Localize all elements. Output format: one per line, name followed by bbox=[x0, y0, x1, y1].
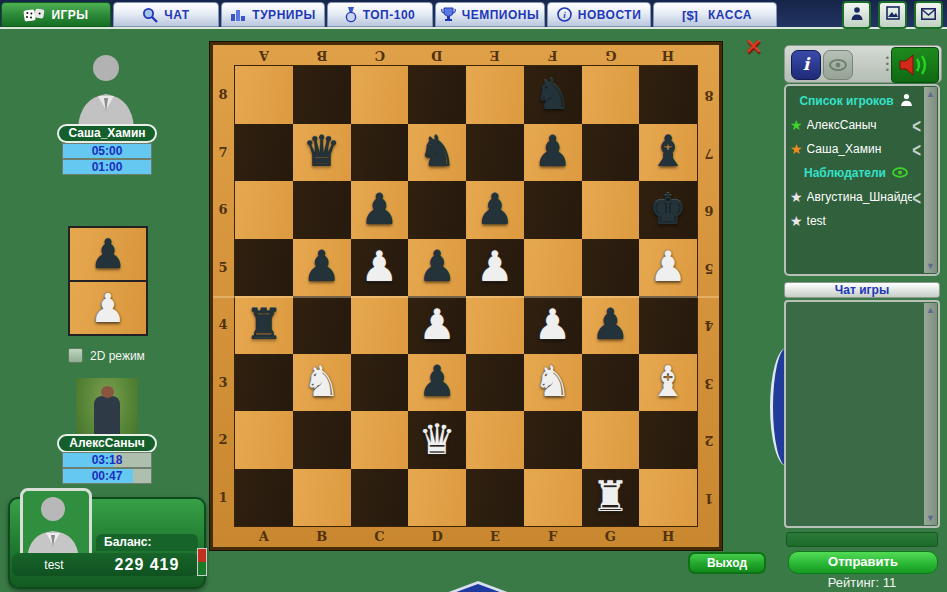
square-h1[interactable] bbox=[639, 469, 697, 527]
right-toolbar: i ••• bbox=[784, 45, 942, 83]
square-c3[interactable] bbox=[351, 354, 409, 412]
square-f8[interactable]: ♞ bbox=[524, 66, 582, 124]
square-c6[interactable]: ♟ bbox=[351, 181, 409, 239]
toolbar-dots: ••• bbox=[886, 55, 889, 73]
black-pawn: ♟ bbox=[303, 246, 341, 288]
square-d7[interactable]: ♞ bbox=[408, 124, 466, 182]
square-c1[interactable] bbox=[351, 469, 409, 527]
player-name: АлексСаныч bbox=[807, 118, 913, 132]
exit-button[interactable]: Выход bbox=[688, 552, 766, 574]
observer-item-row[interactable]: ★test bbox=[790, 209, 922, 233]
coord-label: 5 bbox=[213, 239, 233, 297]
square-f6[interactable] bbox=[524, 181, 582, 239]
black-queen: ♛ bbox=[303, 131, 341, 173]
opponent-avatar[interactable] bbox=[72, 48, 140, 128]
square-b8[interactable] bbox=[293, 66, 351, 124]
decoration-arrow bbox=[402, 584, 554, 592]
chat-scrollbar[interactable]: ▲ ▼ bbox=[924, 303, 937, 525]
square-b1[interactable] bbox=[293, 469, 351, 527]
player-item-row[interactable]: ★Саша_Хамин< bbox=[790, 137, 922, 161]
tab-podium[interactable]: ТУРНИРЫ bbox=[221, 2, 325, 27]
square-h7[interactable]: ♝ bbox=[639, 124, 697, 182]
square-h8[interactable] bbox=[639, 66, 697, 124]
tab-label: НОВОСТИ bbox=[578, 8, 642, 22]
white-queen: ♛ bbox=[418, 419, 456, 461]
coord-label: A bbox=[235, 527, 293, 547]
eye-icon bbox=[829, 59, 847, 71]
players-panel: Список игроков★АлексСаныч<★Саша_Хамин<На… bbox=[784, 84, 940, 276]
svg-text:[$]: [$] bbox=[682, 8, 698, 22]
white-pawn: ♟ bbox=[534, 304, 572, 346]
square-b6[interactable] bbox=[293, 181, 351, 239]
captured-white-pawn: ♟ bbox=[70, 282, 146, 334]
black-pawn: ♟ bbox=[418, 361, 456, 403]
square-a3[interactable] bbox=[235, 354, 293, 412]
tab-label: ЧАТ bbox=[164, 8, 189, 22]
square-h2[interactable] bbox=[639, 411, 697, 469]
tab-medal[interactable]: ТОП-100 bbox=[327, 2, 433, 27]
square-e7[interactable] bbox=[466, 124, 524, 182]
coord-label: E bbox=[466, 527, 524, 547]
coord-label: 8 bbox=[699, 66, 719, 124]
close-icon[interactable]: ✕ bbox=[744, 34, 762, 59]
square-g5[interactable] bbox=[582, 239, 640, 297]
scroll-down-icon[interactable]: ▼ bbox=[926, 259, 935, 273]
tab-label: ИГРЫ bbox=[51, 8, 88, 22]
black-pawn: ♟ bbox=[418, 246, 456, 288]
eye-icon bbox=[892, 164, 908, 182]
podium-icon bbox=[230, 8, 246, 22]
white-pawn: ♟ bbox=[361, 246, 399, 288]
coord-label: H bbox=[639, 527, 697, 547]
square-h4[interactable] bbox=[639, 296, 697, 354]
app-window: ИГРЫЧАТТУРНИРЫТОП-100ЧЕМПИОНЫiНОВОСТИ[$]… bbox=[0, 0, 947, 592]
coord-label: 2 bbox=[213, 411, 233, 469]
info-icon: i bbox=[557, 7, 572, 22]
board-fold-seam bbox=[213, 296, 719, 298]
coord-label: G bbox=[582, 527, 640, 547]
square-c7[interactable] bbox=[351, 124, 409, 182]
square-c8[interactable] bbox=[351, 66, 409, 124]
star-icon: ★ bbox=[790, 213, 803, 229]
white-bishop: ♝ bbox=[649, 361, 687, 403]
coord-label: C bbox=[351, 45, 409, 65]
star-icon: ★ bbox=[790, 141, 803, 157]
opponent-name: Саша_Хамин bbox=[57, 124, 157, 143]
person-icon bbox=[850, 6, 864, 24]
picture-icon bbox=[886, 6, 900, 24]
scroll-down-icon[interactable]: ▼ bbox=[926, 511, 935, 525]
coord-label: B bbox=[293, 527, 351, 547]
coord-label: 5 bbox=[699, 239, 719, 297]
square-g6[interactable] bbox=[582, 181, 640, 239]
square-a1[interactable] bbox=[235, 469, 293, 527]
opponent-clock-sub: 01:00 bbox=[62, 159, 152, 175]
speaker-icon bbox=[898, 52, 932, 78]
black-pawn: ♟ bbox=[476, 189, 514, 231]
player-clock-sub: 00:47 bbox=[62, 468, 152, 484]
captured-black-pawn: ♟ bbox=[70, 228, 146, 282]
square-a6[interactable] bbox=[235, 181, 293, 239]
black-king: ♚ bbox=[649, 189, 687, 231]
coord-label: C bbox=[351, 527, 409, 547]
rating-label: Рейтинг: 11 bbox=[784, 575, 940, 590]
opponent-clock-main: 05:00 bbox=[62, 143, 152, 159]
send-button[interactable]: Отправить bbox=[788, 551, 938, 574]
chevron-left-icon[interactable]: < bbox=[912, 185, 921, 209]
chat-messages[interactable]: ▲ ▼ bbox=[784, 300, 940, 528]
account-bar: test 229 419 bbox=[12, 553, 198, 576]
square-f5[interactable] bbox=[524, 239, 582, 297]
square-a7[interactable] bbox=[235, 124, 293, 182]
player-name: test bbox=[807, 214, 922, 228]
players-header: Список игроков bbox=[790, 89, 922, 113]
square-d4[interactable]: ♟ bbox=[408, 296, 466, 354]
sound-button[interactable] bbox=[891, 47, 939, 83]
square-e4[interactable] bbox=[466, 296, 524, 354]
square-b4[interactable] bbox=[293, 296, 351, 354]
square-d2[interactable]: ♛ bbox=[408, 411, 466, 469]
star-icon: ★ bbox=[790, 117, 803, 133]
coord-label: 8 bbox=[213, 66, 233, 124]
black-knight: ♞ bbox=[418, 131, 456, 173]
square-e6[interactable]: ♟ bbox=[466, 181, 524, 239]
square-e1[interactable] bbox=[466, 469, 524, 527]
square-a8[interactable] bbox=[235, 66, 293, 124]
square-d8[interactable] bbox=[408, 66, 466, 124]
player-name: Саша_Хамин bbox=[807, 142, 913, 156]
coord-label: 6 bbox=[213, 181, 233, 239]
magnifier-icon bbox=[142, 7, 158, 23]
picture-button[interactable] bbox=[878, 1, 907, 29]
envelope-button[interactable] bbox=[914, 1, 943, 29]
square-h5[interactable]: ♟ bbox=[639, 239, 697, 297]
square-d1[interactable] bbox=[408, 469, 466, 527]
tab-label: ЧЕМПИОНЫ bbox=[462, 8, 539, 22]
file-labels-top: ABCDEFGH bbox=[235, 45, 697, 65]
square-a5[interactable] bbox=[235, 239, 293, 297]
tab-trophy[interactable]: ЧЕМПИОНЫ bbox=[435, 2, 545, 27]
black-pawn: ♟ bbox=[534, 131, 572, 173]
person-icon bbox=[900, 92, 913, 110]
svg-text:i: i bbox=[563, 10, 566, 20]
coord-label: 3 bbox=[213, 354, 233, 412]
coord-label: G bbox=[582, 45, 640, 65]
top-navbar: ИГРЫЧАТТУРНИРЫТОП-100ЧЕМПИОНЫiНОВОСТИ[$]… bbox=[0, 0, 947, 29]
chevron-left-icon[interactable]: < bbox=[912, 137, 921, 161]
white-pawn: ♟ bbox=[418, 304, 456, 346]
coord-label: 4 bbox=[213, 296, 233, 354]
tab-info[interactable]: iНОВОСТИ bbox=[547, 2, 651, 27]
square-d6[interactable] bbox=[408, 181, 466, 239]
coord-label: B bbox=[293, 45, 351, 65]
chat-input[interactable] bbox=[786, 532, 938, 547]
black-pawn: ♟ bbox=[361, 189, 399, 231]
square-c5[interactable]: ♟ bbox=[351, 239, 409, 297]
coord-label: 3 bbox=[699, 354, 719, 412]
observer-eye-button[interactable] bbox=[823, 50, 853, 80]
square-a2[interactable] bbox=[235, 411, 293, 469]
square-g8[interactable] bbox=[582, 66, 640, 124]
square-g1[interactable]: ♜ bbox=[582, 469, 640, 527]
mode-toggle-row: 2D режим bbox=[68, 348, 145, 363]
tab-label: КАССА bbox=[708, 8, 752, 22]
square-f2[interactable] bbox=[524, 411, 582, 469]
coord-label: 6 bbox=[699, 181, 719, 239]
square-d5[interactable]: ♟ bbox=[408, 239, 466, 297]
envelope-icon bbox=[921, 6, 936, 24]
trophy-icon bbox=[441, 7, 456, 22]
coord-label: A bbox=[235, 45, 293, 65]
tab-cash[interactable]: [$]КАССА bbox=[653, 2, 777, 27]
chat-header: Чат игры bbox=[784, 282, 940, 298]
star-icon: ★ bbox=[790, 189, 803, 205]
square-f4[interactable]: ♟ bbox=[524, 296, 582, 354]
mode-label: 2D режим bbox=[90, 349, 145, 363]
coord-label: 7 bbox=[699, 124, 719, 182]
connection-flag bbox=[197, 548, 207, 576]
player-clock-main: 03:18 bbox=[62, 452, 152, 468]
coord-label: F bbox=[524, 527, 582, 547]
mode-checkbox[interactable] bbox=[68, 348, 83, 363]
account-name: test bbox=[12, 558, 96, 572]
white-knight: ♞ bbox=[534, 361, 572, 403]
square-g3[interactable] bbox=[582, 354, 640, 412]
coord-label: D bbox=[408, 527, 466, 547]
square-e8[interactable] bbox=[466, 66, 524, 124]
medal-icon bbox=[345, 7, 357, 23]
coord-label: D bbox=[408, 45, 466, 65]
square-g7[interactable] bbox=[582, 124, 640, 182]
square-g4[interactable]: ♟ bbox=[582, 296, 640, 354]
player-name: Августина_Шнайдер bbox=[807, 190, 913, 204]
player-name: АлексСаныч bbox=[57, 434, 157, 453]
observers-header: Наблюдатели bbox=[790, 161, 922, 185]
account-balance: 229 419 bbox=[96, 556, 198, 574]
square-f7[interactable]: ♟ bbox=[524, 124, 582, 182]
black-rook: ♜ bbox=[245, 304, 283, 346]
coord-label: H bbox=[639, 45, 697, 65]
square-h6[interactable]: ♚ bbox=[639, 181, 697, 239]
white-knight: ♞ bbox=[303, 361, 341, 403]
tab-label: ТОП-100 bbox=[363, 8, 416, 22]
chess-board: ABCDEFGH ABCDEFGH 87654321 87654321 ♞♛♞♟… bbox=[210, 42, 722, 550]
tab-label: ТУРНИРЫ bbox=[252, 8, 315, 22]
dice-icon bbox=[23, 8, 45, 22]
coord-label: 2 bbox=[699, 411, 719, 469]
square-f1[interactable] bbox=[524, 469, 582, 527]
black-bishop: ♝ bbox=[649, 131, 687, 173]
square-a4[interactable]: ♜ bbox=[235, 296, 293, 354]
square-g2[interactable] bbox=[582, 411, 640, 469]
square-b5[interactable]: ♟ bbox=[293, 239, 351, 297]
square-f3[interactable]: ♞ bbox=[524, 354, 582, 412]
square-c2[interactable] bbox=[351, 411, 409, 469]
square-c4[interactable] bbox=[351, 296, 409, 354]
info-button[interactable]: i bbox=[791, 50, 821, 80]
square-e2[interactable] bbox=[466, 411, 524, 469]
scroll-up-icon[interactable]: ▲ bbox=[926, 87, 935, 101]
square-e5[interactable]: ♟ bbox=[466, 239, 524, 297]
balance-label: Баланс: bbox=[96, 534, 198, 551]
chevron-left-icon[interactable]: < bbox=[912, 113, 921, 137]
captured-pieces-tray: ♟ ♟ bbox=[68, 226, 148, 336]
square-b7[interactable]: ♛ bbox=[293, 124, 351, 182]
observer-item-row[interactable]: ★Августина_Шнайдер< bbox=[790, 185, 922, 209]
player-item-row[interactable]: ★АлексСаныч< bbox=[790, 113, 922, 137]
white-pawn: ♟ bbox=[649, 246, 687, 288]
black-pawn: ♟ bbox=[592, 304, 630, 346]
coord-label: F bbox=[524, 45, 582, 65]
square-e3[interactable] bbox=[466, 354, 524, 412]
coord-label: 1 bbox=[213, 469, 233, 527]
coord-label: E bbox=[466, 45, 524, 65]
square-b2[interactable] bbox=[293, 411, 351, 469]
black-knight: ♞ bbox=[534, 74, 572, 116]
white-rook: ♜ bbox=[592, 476, 630, 518]
square-d3[interactable]: ♟ bbox=[408, 354, 466, 412]
coord-label: 4 bbox=[699, 296, 719, 354]
tab-magnifier[interactable]: ЧАТ bbox=[113, 2, 219, 27]
white-pawn: ♟ bbox=[476, 246, 514, 288]
square-h3[interactable]: ♝ bbox=[639, 354, 697, 412]
scroll-up-icon[interactable]: ▲ bbox=[926, 303, 935, 317]
coord-label: 1 bbox=[699, 469, 719, 527]
square-b3[interactable]: ♞ bbox=[293, 354, 351, 412]
coord-label: 7 bbox=[213, 124, 233, 182]
person-button[interactable] bbox=[842, 1, 871, 29]
window-buttons bbox=[842, 1, 943, 29]
file-labels-bottom: ABCDEFGH bbox=[235, 527, 697, 547]
cash-icon: [$] bbox=[678, 8, 702, 22]
tab-dice[interactable]: ИГРЫ bbox=[1, 2, 111, 27]
players-scrollbar[interactable]: ▲ ▼ bbox=[924, 87, 937, 273]
